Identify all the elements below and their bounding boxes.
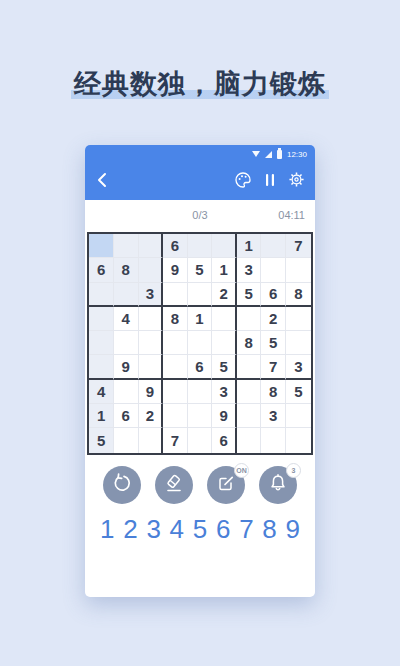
sudoku-cell[interactable]: 8	[286, 283, 311, 307]
sudoku-cell[interactable]: 3	[139, 283, 164, 307]
sudoku-cell[interactable]: 5	[212, 355, 237, 379]
sudoku-cell[interactable]: 5	[286, 380, 311, 404]
app-toolbar	[85, 163, 315, 200]
sudoku-cell[interactable]	[139, 428, 164, 452]
sudoku-cell[interactable]	[163, 283, 188, 307]
sudoku-cell[interactable]: 3	[286, 355, 311, 379]
sudoku-cell[interactable]: 7	[163, 428, 188, 452]
sudoku-cell[interactable]	[89, 283, 114, 307]
sudoku-cell[interactable]: 9	[163, 258, 188, 282]
sudoku-cell[interactable]	[286, 258, 311, 282]
number-key-9[interactable]: 9	[286, 516, 300, 542]
back-button[interactable]	[95, 171, 109, 193]
sudoku-cell[interactable]	[139, 234, 164, 258]
sudoku-cell[interactable]	[212, 307, 237, 331]
sudoku-cell[interactable]	[286, 428, 311, 452]
hint-count-badge: 3	[286, 463, 301, 478]
undo-icon	[112, 473, 132, 497]
sudoku-cell[interactable]	[286, 331, 311, 355]
number-key-2[interactable]: 2	[123, 516, 137, 542]
pause-button[interactable]	[264, 172, 276, 192]
phone-mockup: 12:30	[85, 145, 315, 597]
sudoku-cell[interactable]	[163, 380, 188, 404]
sudoku-cell[interactable]	[237, 355, 262, 379]
page-title: 经典数独，脑力锻炼	[0, 66, 400, 102]
sudoku-cell[interactable]: 4	[89, 380, 114, 404]
sudoku-cell[interactable]	[188, 234, 213, 258]
number-key-5[interactable]: 5	[193, 516, 207, 542]
mistakes-counter: 0/3	[192, 209, 207, 221]
signal-icon	[265, 151, 272, 158]
eraser-icon	[164, 473, 184, 497]
sudoku-cell[interactable]: 6	[212, 428, 237, 452]
sudoku-cell[interactable]	[139, 355, 164, 379]
sudoku-cell[interactable]	[89, 331, 114, 355]
sudoku-cell[interactable]	[139, 307, 164, 331]
sudoku-cell[interactable]	[261, 258, 286, 282]
gear-icon	[288, 171, 305, 192]
sudoku-cell[interactable]: 8	[237, 331, 262, 355]
sudoku-cell[interactable]: 9	[212, 404, 237, 428]
sudoku-cell[interactable]	[261, 234, 286, 258]
info-row: 0/3 04:11	[85, 200, 315, 230]
pause-icon	[264, 172, 276, 192]
number-key-7[interactable]: 7	[239, 516, 253, 542]
sudoku-cell[interactable]	[188, 331, 213, 355]
sudoku-cell[interactable]: 1	[237, 234, 262, 258]
sudoku-cell[interactable]: 6	[114, 404, 139, 428]
timer: 04:11	[278, 209, 305, 221]
sudoku-cell[interactable]: 1	[188, 307, 213, 331]
eraser-button[interactable]	[155, 466, 193, 504]
number-key-4[interactable]: 4	[170, 516, 184, 542]
wifi-icon	[252, 151, 260, 157]
sudoku-cell[interactable]: 8	[261, 380, 286, 404]
number-pad: 123456789	[85, 516, 315, 542]
sudoku-cell[interactable]	[163, 331, 188, 355]
sudoku-cell[interactable]	[139, 331, 164, 355]
theme-button[interactable]	[234, 171, 252, 193]
sudoku-cell[interactable]: 7	[286, 234, 311, 258]
pencil-square-icon	[216, 473, 236, 497]
sudoku-cell[interactable]	[188, 428, 213, 452]
tool-row: ON 3	[85, 466, 315, 504]
sudoku-cell[interactable]	[114, 428, 139, 452]
number-key-3[interactable]: 3	[146, 516, 160, 542]
sudoku-cell[interactable]: 8	[114, 258, 139, 282]
sudoku-cell[interactable]: 2	[212, 283, 237, 307]
sudoku-cell[interactable]	[89, 234, 114, 258]
sudoku-cell[interactable]	[114, 283, 139, 307]
sudoku-cell[interactable]	[286, 307, 311, 331]
sudoku-cell[interactable]: 3	[237, 258, 262, 282]
sudoku-cell[interactable]	[212, 331, 237, 355]
sudoku-cell[interactable]: 5	[188, 258, 213, 282]
sudoku-cell[interactable]	[237, 404, 262, 428]
sudoku-cell[interactable]: 2	[139, 404, 164, 428]
chevron-left-icon	[95, 171, 109, 193]
hint-button[interactable]: 3	[259, 466, 297, 504]
sudoku-cell[interactable]	[163, 355, 188, 379]
sudoku-cell[interactable]	[237, 307, 262, 331]
sudoku-cell[interactable]	[163, 404, 188, 428]
sudoku-cell[interactable]	[114, 380, 139, 404]
sudoku-cell[interactable]	[212, 234, 237, 258]
settings-button[interactable]	[288, 171, 305, 192]
sudoku-cell[interactable]: 1	[89, 404, 114, 428]
sudoku-cell[interactable]	[188, 404, 213, 428]
sudoku-cell[interactable]: 5	[261, 331, 286, 355]
sudoku-cell[interactable]: 9	[139, 380, 164, 404]
undo-button[interactable]	[103, 466, 141, 504]
status-time: 12:30	[287, 150, 307, 159]
sudoku-cell[interactable]: 1	[212, 258, 237, 282]
number-key-8[interactable]: 8	[262, 516, 276, 542]
bell-icon	[268, 473, 288, 497]
sudoku-cell[interactable]	[89, 307, 114, 331]
battery-icon	[277, 150, 282, 159]
sudoku-cell[interactable]: 6	[261, 283, 286, 307]
sudoku-cell[interactable]	[139, 258, 164, 282]
sudoku-cell[interactable]	[114, 331, 139, 355]
sudoku-cell[interactable]	[237, 380, 262, 404]
sudoku-cell[interactable]	[114, 234, 139, 258]
sudoku-cell[interactable]: 2	[261, 307, 286, 331]
sudoku-cell[interactable]: 7	[261, 355, 286, 379]
sudoku-cell[interactable]	[188, 380, 213, 404]
number-key-1[interactable]: 1	[100, 516, 114, 542]
page-title-text: 经典数独，脑力锻炼	[71, 69, 329, 99]
sudoku-cell[interactable]: 8	[163, 307, 188, 331]
sudoku-cell[interactable]: 9	[114, 355, 139, 379]
sudoku-cell[interactable]: 4	[114, 307, 139, 331]
sudoku-cell[interactable]	[286, 404, 311, 428]
sudoku-cell[interactable]: 6	[89, 258, 114, 282]
sudoku-grid[interactable]: 61768951332568481285965734938516293576	[87, 232, 312, 455]
number-key-6[interactable]: 6	[216, 516, 230, 542]
sudoku-cell[interactable]: 5	[89, 428, 114, 452]
sudoku-cell[interactable]	[261, 428, 286, 452]
notes-button[interactable]: ON	[207, 466, 245, 504]
sudoku-cell[interactable]: 3	[261, 404, 286, 428]
sudoku-cell[interactable]: 3	[212, 380, 237, 404]
sudoku-cell[interactable]: 5	[237, 283, 262, 307]
palette-icon	[234, 171, 252, 193]
status-bar: 12:30	[85, 145, 315, 163]
notes-on-badge: ON	[234, 463, 249, 478]
sudoku-cell[interactable]	[89, 355, 114, 379]
sudoku-cell[interactable]: 6	[163, 234, 188, 258]
sudoku-cell[interactable]	[188, 283, 213, 307]
sudoku-cell[interactable]: 6	[188, 355, 213, 379]
sudoku-cell[interactable]	[237, 428, 262, 452]
